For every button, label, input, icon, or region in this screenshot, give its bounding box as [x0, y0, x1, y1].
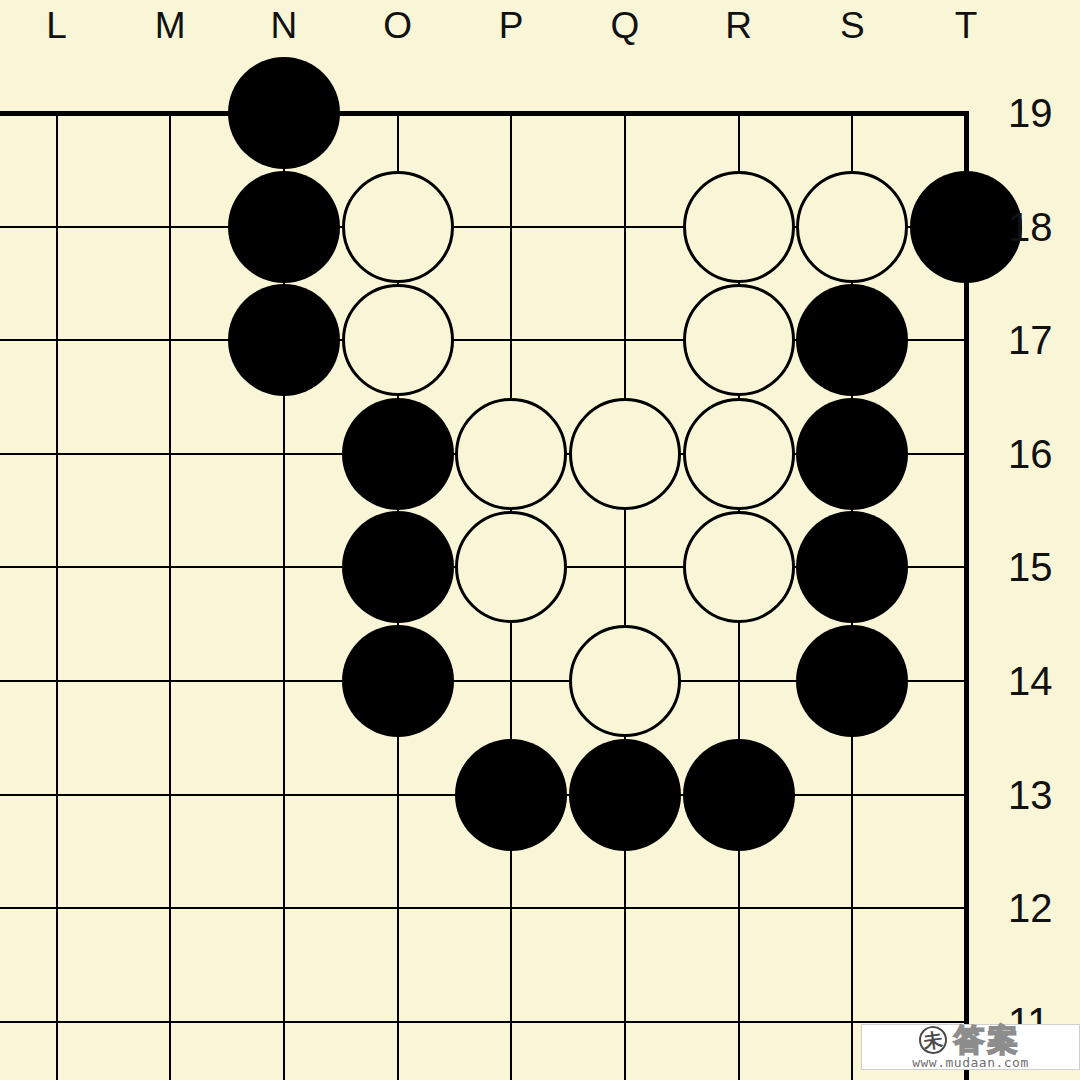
white-stone-O18[interactable] — [342, 171, 454, 283]
watermark: 未 答案 www.mudaan.com — [861, 1024, 1080, 1070]
row-label-15: 15 — [990, 547, 1053, 587]
black-stone-R13[interactable] — [683, 739, 795, 851]
white-stone-R15[interactable] — [683, 511, 795, 623]
col-label-T: T — [955, 7, 978, 44]
watermark-title: 答案 — [954, 1025, 1022, 1055]
row-label-17: 17 — [990, 320, 1053, 360]
col-label-P: P — [499, 7, 524, 44]
white-stone-P16[interactable] — [455, 398, 567, 510]
mudaan-logo-icon: 未 — [917, 1024, 949, 1056]
watermark-header: 未 答案 — [919, 1025, 1022, 1055]
row-label-18: 18 — [990, 207, 1053, 247]
col-label-Q: Q — [611, 7, 640, 44]
black-stone-S16[interactable] — [796, 398, 908, 510]
black-stone-S15[interactable] — [796, 511, 908, 623]
white-stone-P15[interactable] — [455, 511, 567, 623]
white-stone-O17[interactable] — [342, 284, 454, 396]
white-stone-Q16[interactable] — [569, 398, 681, 510]
black-stone-N17[interactable] — [228, 284, 340, 396]
col-label-O: O — [383, 7, 412, 44]
col-label-L: L — [46, 7, 67, 44]
black-stone-S14[interactable] — [796, 625, 908, 737]
row-label-13: 13 — [990, 775, 1053, 815]
black-stone-O14[interactable] — [342, 625, 454, 737]
black-stone-P13[interactable] — [455, 739, 567, 851]
column-labels: LMNOPQRST — [0, 0, 1023, 50]
black-stone-Q13[interactable] — [569, 739, 681, 851]
white-stone-Q14[interactable] — [569, 625, 681, 737]
board-grid[interactable] — [0, 56, 1023, 1078]
go-board[interactable]: LMNOPQRST 191817161514131211 未 答案 www.mu… — [0, 0, 1080, 1080]
black-stone-S17[interactable] — [796, 284, 908, 396]
col-label-N: N — [270, 7, 297, 44]
black-stone-O16[interactable] — [342, 398, 454, 510]
white-stone-R18[interactable] — [683, 171, 795, 283]
row-labels: 191817161514131211 — [990, 56, 1080, 1078]
row-label-19: 19 — [990, 93, 1053, 133]
row-label-14: 14 — [990, 661, 1053, 701]
black-stone-O15[interactable] — [342, 511, 454, 623]
row-label-16: 16 — [990, 434, 1053, 474]
white-stone-R17[interactable] — [683, 284, 795, 396]
watermark-url: www.mudaan.com — [912, 1056, 1029, 1069]
black-stone-N19[interactable] — [228, 57, 340, 169]
black-stone-N18[interactable] — [228, 171, 340, 283]
col-label-S: S — [840, 7, 865, 44]
col-label-M: M — [155, 7, 186, 44]
col-label-R: R — [725, 7, 752, 44]
white-stone-R16[interactable] — [683, 398, 795, 510]
white-stone-S18[interactable] — [796, 171, 908, 283]
row-label-12: 12 — [990, 888, 1053, 928]
